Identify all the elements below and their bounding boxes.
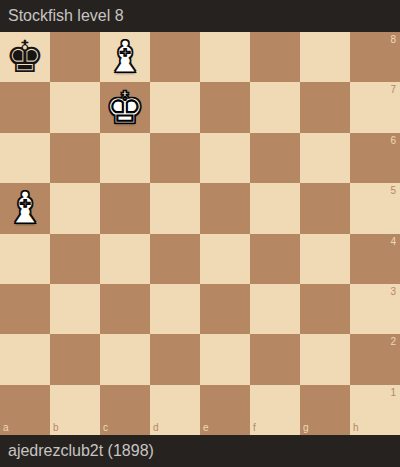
square-e4[interactable] (200, 234, 250, 284)
square-b4[interactable] (50, 234, 100, 284)
square-h7[interactable]: 7 (350, 82, 400, 132)
white-king[interactable]: ♚ (100, 82, 150, 132)
square-a5[interactable]: ♝ (0, 183, 50, 233)
square-b2[interactable] (50, 334, 100, 384)
square-b8[interactable] (50, 32, 100, 82)
square-g4[interactable] (300, 234, 350, 284)
square-d2[interactable] (150, 334, 200, 384)
square-h6[interactable]: 6 (350, 133, 400, 183)
rank-label-7: 7 (390, 85, 396, 95)
rank-label-2: 2 (390, 337, 396, 347)
square-e3[interactable] (200, 284, 250, 334)
square-a8[interactable]: ♚ (0, 32, 50, 82)
file-label-g: g (303, 423, 309, 433)
square-f3[interactable] (250, 284, 300, 334)
square-a3[interactable] (0, 284, 50, 334)
square-a2[interactable] (0, 334, 50, 384)
player-bar: ajedrezclub2t (1898) (0, 435, 400, 467)
square-d8[interactable] (150, 32, 200, 82)
square-a7[interactable] (0, 82, 50, 132)
square-h2[interactable]: 2 (350, 334, 400, 384)
square-c2[interactable] (100, 334, 150, 384)
square-h4[interactable]: 4 (350, 234, 400, 284)
white-bishop[interactable]: ♝ (0, 183, 50, 233)
square-c7[interactable]: ♚ (100, 82, 150, 132)
square-a4[interactable] (0, 234, 50, 284)
player-name: ajedrezclub2t (1898) (8, 442, 154, 460)
square-e1[interactable]: e (200, 385, 250, 435)
file-label-a: a (3, 423, 9, 433)
rank-label-1: 1 (390, 388, 396, 398)
square-e6[interactable] (200, 133, 250, 183)
square-h5[interactable]: 5 (350, 183, 400, 233)
square-b7[interactable] (50, 82, 100, 132)
square-d6[interactable] (150, 133, 200, 183)
square-d4[interactable] (150, 234, 200, 284)
square-d3[interactable] (150, 284, 200, 334)
square-c6[interactable] (100, 133, 150, 183)
file-label-c: c (103, 423, 108, 433)
square-f5[interactable] (250, 183, 300, 233)
square-g1[interactable]: g (300, 385, 350, 435)
file-label-f: f (253, 423, 256, 433)
square-f6[interactable] (250, 133, 300, 183)
square-b1[interactable]: b (50, 385, 100, 435)
square-c8[interactable]: ♝ (100, 32, 150, 82)
white-bishop[interactable]: ♝ (100, 32, 150, 82)
square-b5[interactable] (50, 183, 100, 233)
square-f1[interactable]: f (250, 385, 300, 435)
file-label-b: b (53, 423, 59, 433)
square-c3[interactable] (100, 284, 150, 334)
opponent-name: Stockfish level 8 (8, 7, 124, 25)
square-a6[interactable] (0, 133, 50, 183)
square-d1[interactable]: d (150, 385, 200, 435)
square-c5[interactable] (100, 183, 150, 233)
square-d5[interactable] (150, 183, 200, 233)
square-g2[interactable] (300, 334, 350, 384)
black-king[interactable]: ♚ (0, 32, 50, 82)
square-g3[interactable] (300, 284, 350, 334)
rank-label-5: 5 (390, 186, 396, 196)
square-a1[interactable]: a (0, 385, 50, 435)
file-label-h: h (353, 423, 359, 433)
square-h3[interactable]: 3 (350, 284, 400, 334)
square-g7[interactable] (300, 82, 350, 132)
square-g8[interactable] (300, 32, 350, 82)
square-e5[interactable] (200, 183, 250, 233)
square-f2[interactable] (250, 334, 300, 384)
square-e2[interactable] (200, 334, 250, 384)
rank-label-6: 6 (390, 136, 396, 146)
square-c4[interactable] (100, 234, 150, 284)
square-c1[interactable]: c (100, 385, 150, 435)
square-f7[interactable] (250, 82, 300, 132)
file-label-d: d (153, 423, 159, 433)
square-e7[interactable] (200, 82, 250, 132)
square-h8[interactable]: 8 (350, 32, 400, 82)
square-f8[interactable] (250, 32, 300, 82)
square-e8[interactable] (200, 32, 250, 82)
opponent-bar: Stockfish level 8 (0, 0, 400, 32)
square-h1[interactable]: 1h (350, 385, 400, 435)
file-label-e: e (203, 423, 209, 433)
square-d7[interactable] (150, 82, 200, 132)
square-b3[interactable] (50, 284, 100, 334)
chess-board: ♚♝8♚76♝5432abcdefg1h (0, 32, 400, 435)
rank-label-3: 3 (390, 287, 396, 297)
rank-label-4: 4 (390, 237, 396, 247)
square-b6[interactable] (50, 133, 100, 183)
rank-label-8: 8 (390, 35, 396, 45)
square-g5[interactable] (300, 183, 350, 233)
square-g6[interactable] (300, 133, 350, 183)
square-f4[interactable] (250, 234, 300, 284)
